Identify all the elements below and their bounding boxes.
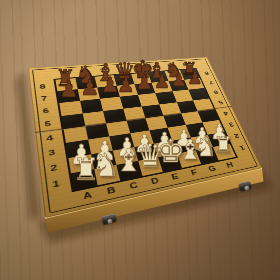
rank-label-6-right: 6: [208, 88, 223, 96]
rank-label-1-left: 1: [46, 177, 67, 192]
piece-white-rook-a1[interactable]: ♜: [73, 154, 100, 184]
piece-dark-pawn-c7[interactable]: ♟: [101, 75, 120, 96]
rank-label-7-left: 7: [35, 94, 53, 104]
rank-label-7-right: 7: [204, 79, 218, 87]
piece-dark-pawn-f7[interactable]: ♟: [154, 72, 171, 91]
piece-dark-pawn-b7[interactable]: ♟: [80, 77, 100, 99]
rank-label-3-left: 3: [42, 146, 62, 159]
rank-label-8-left: 8: [34, 82, 52, 91]
rank-label-2-left: 2: [44, 161, 64, 175]
piece-dark-pawn-e7[interactable]: ♟: [136, 73, 154, 93]
piece-dark-pawn-d7[interactable]: ♟: [117, 74, 135, 94]
file-label-h-bottom: H: [219, 159, 240, 172]
rank-label-6-left: 6: [37, 106, 55, 117]
rank-label-1-right: 1: [234, 143, 250, 154]
chess-set-photo: AABBCCDDEEFFGGHH1122334455667788 ♜♞♝♛♚♝♞…: [0, 0, 280, 280]
rank-label-4-left: 4: [40, 132, 59, 144]
piece-dark-pawn-a7[interactable]: ♟: [59, 78, 79, 101]
rank-label-4-right: 4: [218, 109, 233, 118]
piece-dark-pawn-g7[interactable]: ♟: [171, 71, 187, 89]
piece-dark-pawn-h7[interactable]: ♟: [187, 70, 203, 88]
